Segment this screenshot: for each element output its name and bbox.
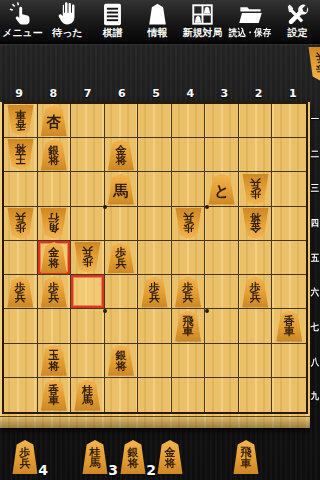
square-8四[interactable]: 角行 [38, 207, 72, 241]
square-6八[interactable]: 銀将 [105, 344, 139, 378]
square-2三[interactable]: 歩兵 [239, 172, 273, 206]
square-9五[interactable] [4, 241, 38, 275]
square-4三[interactable] [172, 172, 206, 206]
square-3九[interactable] [205, 378, 239, 412]
shogi-app-screen: メニュー 待った 棋譜 情報 新規 [0, 0, 320, 480]
square-5一[interactable] [138, 104, 172, 138]
info-label: 情報 [148, 27, 168, 39]
load-save-button[interactable]: 読込・保存 [225, 0, 275, 43]
square-7五[interactable]: 歩兵 [71, 241, 105, 275]
rank-label-4: 四 [310, 206, 319, 241]
new-game-button[interactable]: 新規対局 [180, 0, 225, 43]
piece-歩兵-sente[interactable]: 歩兵 [7, 276, 34, 307]
game-record-document-icon [99, 1, 126, 28]
hoshi-dot [103, 205, 107, 209]
file-label-6: 6 [105, 87, 139, 102]
piece-歩兵-sente[interactable]: 歩兵 [12, 440, 38, 474]
new-game-label: 新規対局 [183, 27, 223, 39]
square-9七[interactable] [4, 309, 38, 343]
square-9三[interactable] [4, 172, 38, 206]
square-3五[interactable] [205, 241, 239, 275]
square-1五[interactable] [272, 241, 306, 275]
piece-香車-gote[interactable]: 香車 [7, 105, 34, 136]
piece-金将-sente[interactable]: 金将 [107, 139, 134, 170]
rank-label-6: 六 [310, 275, 319, 310]
square-2五[interactable] [239, 241, 273, 275]
square-5九[interactable] [138, 378, 172, 412]
file-label-1: 1 [276, 87, 310, 102]
square-5五[interactable] [138, 241, 172, 275]
square-6三[interactable]: 馬 [105, 172, 139, 206]
square-6二[interactable]: 金将 [105, 138, 139, 172]
piece-金将-gote[interactable]: 金将 [242, 208, 269, 239]
board-panel: 香車杏王将銀将金将馬と歩兵歩兵角行歩兵金将金将歩兵歩兵歩兵歩兵歩兵歩兵歩兵飛車香… [0, 102, 310, 428]
settings-label: 設定 [288, 27, 308, 39]
square-2六[interactable]: 歩兵 [239, 275, 273, 309]
menu-label: メニュー [2, 27, 43, 39]
board-grid: 香車杏王将銀将金将馬と歩兵歩兵角行歩兵金将金将歩兵歩兵歩兵歩兵歩兵歩兵歩兵飛車香… [2, 102, 308, 414]
sente-hand-歩兵-count: 4 [38, 462, 48, 478]
square-9二[interactable]: 王将 [4, 138, 38, 172]
piece-銀将-sente[interactable]: 銀将 [107, 345, 134, 376]
gote-hand-歩兵[interactable]: 歩兵3 [308, 47, 320, 81]
sente-hand-桂馬[interactable]: 桂馬3 [82, 440, 108, 474]
square-6一[interactable] [105, 104, 139, 138]
menu-button[interactable]: メニュー [0, 0, 45, 43]
info-piece-icon [144, 1, 171, 28]
square-8一[interactable]: 杏 [38, 104, 72, 138]
square-7六[interactable] [71, 275, 105, 309]
file-label-2: 2 [242, 87, 276, 102]
sente-hand-銀将[interactable]: 銀将2 [120, 440, 146, 474]
piece-と-sente[interactable]: と [208, 174, 235, 205]
piece-歩兵-sente[interactable]: 歩兵 [175, 276, 202, 307]
rank-label-7: 七 [310, 310, 319, 345]
square-1一[interactable] [272, 104, 306, 138]
square-1二[interactable] [272, 138, 306, 172]
hoshi-dot [205, 205, 209, 209]
square-2八[interactable] [239, 344, 273, 378]
square-2四[interactable]: 金将 [239, 207, 273, 241]
load-save-folder-icon [237, 1, 264, 28]
square-4七[interactable]: 飛車 [172, 309, 206, 343]
load-save-label: 読込・保存 [229, 27, 272, 39]
piece-歩兵-sente[interactable]: 歩兵 [242, 276, 269, 307]
square-4八[interactable] [172, 344, 206, 378]
game-record-label: 棋譜 [103, 27, 123, 39]
square-3三[interactable]: と [205, 172, 239, 206]
square-9八[interactable] [4, 344, 38, 378]
piece-王将-gote[interactable]: 王将 [7, 139, 34, 170]
file-label-8: 8 [36, 87, 70, 102]
square-4六[interactable]: 歩兵 [172, 275, 206, 309]
piece-歩兵-gote[interactable]: 歩兵 [7, 208, 34, 239]
square-4九[interactable] [172, 378, 206, 412]
rank-label-2: 二 [310, 137, 319, 172]
square-8三[interactable] [38, 172, 72, 206]
square-1六[interactable] [272, 275, 306, 309]
settings-button[interactable]: 設定 [275, 0, 320, 43]
square-1三[interactable] [272, 172, 306, 206]
piece-馬-sente[interactable]: 馬 [107, 174, 134, 205]
square-7八[interactable] [71, 344, 105, 378]
sente-hand-歩兵[interactable]: 歩兵4 [12, 440, 38, 474]
square-2七[interactable] [239, 309, 273, 343]
square-4五[interactable] [172, 241, 206, 275]
square-5七[interactable] [138, 309, 172, 343]
toolbar: メニュー 待った 棋譜 情報 新規 [0, 0, 320, 44]
square-2二[interactable] [239, 138, 273, 172]
new-game-board-icon [189, 1, 216, 28]
settings-tools-icon [284, 1, 311, 28]
square-7三[interactable] [71, 172, 105, 206]
file-label-3: 3 [207, 87, 241, 102]
square-6四[interactable] [105, 207, 139, 241]
rank-label-8: 八 [310, 345, 319, 380]
square-3七[interactable] [205, 309, 239, 343]
square-8八[interactable]: 玉将 [38, 344, 72, 378]
square-7七[interactable] [71, 309, 105, 343]
game-record-button[interactable]: 棋譜 [90, 0, 135, 43]
square-6六[interactable] [105, 275, 139, 309]
sente-hand-金将[interactable]: 金将 [157, 440, 183, 474]
square-6九[interactable] [105, 378, 139, 412]
square-5三[interactable] [138, 172, 172, 206]
piece-桂馬-sente[interactable]: 桂馬 [82, 440, 108, 474]
undo-label: 待った [52, 27, 82, 39]
rank-label-5: 五 [310, 241, 319, 276]
square-3四[interactable] [205, 207, 239, 241]
file-label-7: 7 [70, 87, 104, 102]
undo-palm-hand-icon [54, 1, 81, 28]
piece-銀将-sente[interactable]: 銀将 [120, 440, 146, 474]
square-5二[interactable] [138, 138, 172, 172]
square-5六[interactable]: 歩兵 [138, 275, 172, 309]
square-1七[interactable]: 香車 [272, 309, 306, 343]
square-2一[interactable] [239, 104, 273, 138]
square-7二[interactable] [71, 138, 105, 172]
square-3八[interactable] [205, 344, 239, 378]
square-9四[interactable]: 歩兵 [4, 207, 38, 241]
sente-captured-tray: 歩兵4桂馬3銀将2金将飛車 [0, 440, 320, 480]
piece-金将-sente[interactable]: 金将 [157, 440, 183, 474]
piece-歩兵-gote[interactable]: 歩兵 [308, 47, 320, 81]
undo-button[interactable]: 待った [45, 0, 90, 43]
rank-label-3: 三 [310, 171, 319, 206]
hoshi-dot [103, 309, 107, 313]
square-6五[interactable]: 歩兵 [105, 241, 139, 275]
piece-飛車-sente[interactable]: 飛車 [175, 310, 202, 341]
file-labels: 9 8 7 6 5 4 3 2 1 [2, 87, 310, 102]
file-label-4: 4 [173, 87, 207, 102]
square-7九[interactable]: 桂馬 [71, 378, 105, 412]
file-label-9: 9 [2, 87, 36, 102]
piece-歩兵-gote[interactable]: 歩兵 [242, 174, 269, 205]
board-bottom-bezel [0, 416, 310, 428]
square-4四[interactable]: 歩兵 [172, 207, 206, 241]
piece-飛車-sente[interactable]: 飛車 [233, 440, 259, 474]
piece-歩兵-sente[interactable]: 歩兵 [141, 276, 168, 307]
piece-歩兵-sente[interactable]: 歩兵 [107, 242, 134, 273]
piece-玉将-sente[interactable]: 玉将 [40, 345, 67, 376]
sente-hand-桂馬-count: 3 [108, 462, 118, 478]
square-8二[interactable]: 銀将 [38, 138, 72, 172]
piece-桂馬-sente[interactable]: 桂馬 [74, 379, 101, 410]
square-7四[interactable] [71, 207, 105, 241]
square-2九[interactable] [239, 378, 273, 412]
sente-hand-銀将-count: 2 [146, 462, 156, 478]
piece-香車-sente[interactable]: 香車 [276, 310, 303, 341]
square-3二[interactable] [205, 138, 239, 172]
sente-hand-飛車[interactable]: 飛車 [233, 440, 259, 474]
square-9一[interactable]: 香車 [4, 104, 38, 138]
square-1八[interactable] [272, 344, 306, 378]
square-4二[interactable] [172, 138, 206, 172]
square-7一[interactable] [71, 104, 105, 138]
rank-label-9: 九 [310, 379, 319, 414]
piece-歩兵-gote[interactable]: 歩兵 [74, 242, 101, 273]
rank-label-1: 一 [310, 102, 319, 137]
piece-歩兵-gote[interactable]: 歩兵 [175, 208, 202, 239]
piece-歩兵-sente[interactable]: 歩兵 [40, 276, 67, 307]
piece-香車-sente[interactable]: 香車 [40, 379, 67, 410]
hoshi-dot [205, 309, 209, 313]
square-5四[interactable] [138, 207, 172, 241]
piece-銀将-sente[interactable]: 銀将 [40, 139, 67, 170]
piece-杏-sente[interactable]: 杏 [40, 105, 67, 136]
info-button[interactable]: 情報 [135, 0, 180, 43]
rank-labels: 一 二 三 四 五 六 七 八 九 [310, 102, 320, 414]
file-label-5: 5 [139, 87, 173, 102]
square-5八[interactable] [138, 344, 172, 378]
piece-角行-gote[interactable]: 角行 [40, 208, 67, 239]
square-8九[interactable]: 香車 [38, 378, 72, 412]
piece-金将-sente[interactable]: 金将 [40, 242, 67, 273]
square-9九[interactable] [4, 378, 38, 412]
square-3一[interactable] [205, 104, 239, 138]
square-3六[interactable] [205, 275, 239, 309]
square-1四[interactable] [272, 207, 306, 241]
square-1九[interactable] [272, 378, 306, 412]
menu-tap-hand-icon [9, 1, 36, 28]
square-8七[interactable] [38, 309, 72, 343]
square-9六[interactable]: 歩兵 [4, 275, 38, 309]
square-4一[interactable] [172, 104, 206, 138]
square-6七[interactable] [105, 309, 139, 343]
square-8六[interactable]: 歩兵 [38, 275, 72, 309]
square-8五[interactable]: 金将 [38, 241, 72, 275]
